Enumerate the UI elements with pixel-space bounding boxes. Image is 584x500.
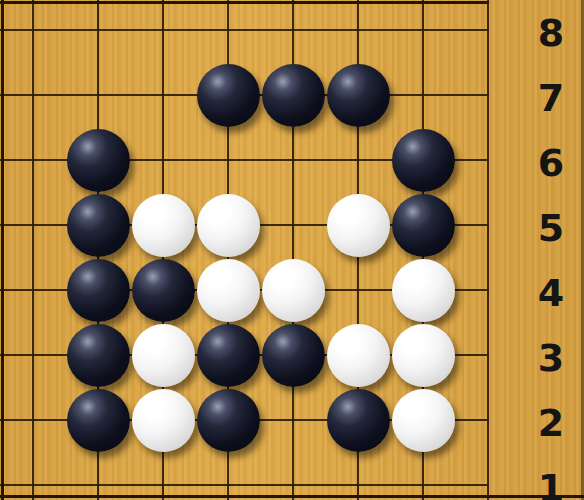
- black-stone[interactable]: [67, 324, 130, 387]
- grid-line-vertical: [32, 0, 34, 500]
- white-stone[interactable]: [392, 259, 455, 322]
- grid-line-vertical: [487, 0, 489, 500]
- black-stone[interactable]: [262, 64, 325, 127]
- white-stone[interactable]: [327, 194, 390, 257]
- black-stone[interactable]: [67, 194, 130, 257]
- white-stone[interactable]: [327, 324, 390, 387]
- row-label-3: 3: [519, 339, 583, 377]
- row-label-1: 1: [519, 469, 583, 500]
- white-stone[interactable]: [132, 324, 195, 387]
- white-stone[interactable]: [132, 194, 195, 257]
- black-stone[interactable]: [67, 129, 130, 192]
- row-label-5: 5: [519, 209, 583, 247]
- black-stone[interactable]: [132, 259, 195, 322]
- white-stone[interactable]: [392, 389, 455, 452]
- white-stone[interactable]: [392, 324, 455, 387]
- row-label-6: 6: [519, 144, 583, 182]
- row-label-4: 4: [519, 274, 583, 312]
- grid-line-horizontal: [0, 484, 489, 486]
- black-stone[interactable]: [327, 389, 390, 452]
- white-stone[interactable]: [197, 259, 260, 322]
- go-board[interactable]: 87654321: [0, 0, 584, 500]
- white-stone[interactable]: [262, 259, 325, 322]
- black-stone[interactable]: [392, 194, 455, 257]
- black-stone[interactable]: [327, 64, 390, 127]
- black-stone[interactable]: [262, 324, 325, 387]
- row-label-7: 7: [519, 79, 583, 117]
- board-edge-bottom: [0, 495, 584, 498]
- black-stone[interactable]: [392, 129, 455, 192]
- board-edge-top: [0, 1, 489, 4]
- white-stone[interactable]: [132, 389, 195, 452]
- black-stone[interactable]: [197, 389, 260, 452]
- grid-line-horizontal: [0, 29, 489, 31]
- row-label-2: 2: [519, 404, 583, 442]
- white-stone[interactable]: [197, 194, 260, 257]
- black-stone[interactable]: [197, 64, 260, 127]
- black-stone[interactable]: [67, 389, 130, 452]
- black-stone[interactable]: [67, 259, 130, 322]
- row-label-8: 8: [519, 14, 583, 52]
- black-stone[interactable]: [197, 324, 260, 387]
- board-edge-left: [1, 0, 4, 500]
